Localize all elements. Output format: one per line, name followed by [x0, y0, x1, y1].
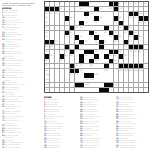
- black-cell: [124, 26, 128, 30]
- grid-cell: 104: [134, 69, 138, 73]
- grid-cell: 65: [104, 40, 108, 44]
- grid-cell: 56: [89, 35, 93, 39]
- black-cell: [84, 50, 88, 54]
- clue-number: 105: [139, 69, 143, 71]
- clue-line: 75 —— ———: [80, 146, 114, 148]
- grid-cell: [99, 83, 103, 87]
- clue-number: 110: [45, 78, 49, 80]
- grid-cell: 67: [129, 40, 133, 44]
- clue-number: 1: [45, 2, 46, 4]
- grid-cell: 93: [45, 64, 49, 68]
- grid-cell: [50, 50, 54, 54]
- grid-cell: [124, 83, 128, 87]
- grid-cell: [65, 69, 69, 73]
- grid-cell: [89, 16, 93, 20]
- grid-cell: [50, 88, 54, 92]
- grid-cell: [89, 40, 93, 44]
- black-cell: [104, 64, 108, 68]
- grid-cell: [99, 69, 103, 73]
- grid-cell: 39: [144, 21, 148, 25]
- grid-cell: 7: [99, 2, 103, 6]
- grid-cell: [114, 73, 118, 77]
- clue-number: 95: [80, 64, 82, 66]
- grid-cell: [99, 21, 103, 25]
- grid-cell: 71: [104, 45, 108, 49]
- grid-cell: [60, 26, 64, 30]
- grid-cell: [139, 78, 143, 82]
- clue-number: 12: [134, 2, 136, 4]
- grid-cell: [50, 64, 54, 68]
- grid-cell: 30: [129, 16, 133, 20]
- grid-cell: 33: [65, 21, 69, 25]
- black-cell: [134, 45, 138, 49]
- clue-number: 70: [80, 45, 82, 47]
- black-cell: [94, 35, 98, 39]
- grid-cell: 102: [124, 69, 128, 73]
- grid-cell: [84, 7, 88, 11]
- clue-number: 115: [114, 83, 118, 85]
- grid-cell: [50, 83, 54, 87]
- grid-cell: [60, 83, 64, 87]
- grid-cell: [79, 78, 83, 82]
- grid-cell: 64: [94, 40, 98, 44]
- grid-cell: [55, 35, 59, 39]
- grid-cell: [99, 78, 103, 82]
- grid-cell: 74: [65, 50, 69, 54]
- clue-number: 28: [100, 16, 102, 18]
- clue-number: 27: [85, 16, 87, 18]
- bottom-clue-column-1-text: DOWN1 ——— ——2 —— ————3 ———— —4 —— ——— ——…: [44, 96, 78, 149]
- grid-cell: [139, 40, 143, 44]
- grid-cell: 52: [134, 31, 138, 35]
- black-cell: [129, 64, 133, 68]
- clue-number: 64: [95, 40, 97, 42]
- clue-number: 48: [95, 31, 97, 33]
- grid-cell: [60, 35, 64, 39]
- grid-cell: [139, 88, 143, 92]
- grid-cell: [89, 7, 93, 11]
- grid-cell: 78: [119, 50, 123, 54]
- crossword-grid: 1234567891011121314151617181920212223242…: [44, 1, 149, 93]
- grid-cell: 50: [114, 31, 118, 35]
- grid-cell: [124, 12, 128, 16]
- grid-cell: [144, 73, 148, 77]
- black-cell: [75, 69, 79, 73]
- left-clue-column: ——— ————— ————————— ———— · ———— ——ACROSS…: [2, 2, 43, 149]
- grid-cell: [144, 83, 148, 87]
- grid-cell: 36: [114, 21, 118, 25]
- black-cell: [89, 59, 93, 63]
- grid-cell: [55, 88, 59, 92]
- grid-cell: [104, 21, 108, 25]
- bottom-clue-column-3-text: 76 —— ————77 ———— ——78 ——— ————79 —— ——8…: [116, 96, 150, 149]
- grid-cell: 72: [124, 45, 128, 49]
- grid-cell: [70, 40, 74, 44]
- grid-cell: [70, 7, 74, 11]
- grid-cell: 35: [94, 21, 98, 25]
- bottom-clue-column-2-text: 36 ———— ——38 ——— ————40 —— ——42 ————— —4…: [80, 96, 114, 149]
- black-cell: [45, 7, 49, 11]
- bottom-clue-column-2: 36 ———— ——38 ——— ————40 —— ——42 ————— —4…: [80, 96, 114, 150]
- grid-cell: [75, 31, 79, 35]
- grid-cell: [129, 73, 133, 77]
- clue-number: 37: [124, 21, 126, 23]
- grid-cell: [50, 2, 54, 6]
- grid-cell: [134, 40, 138, 44]
- clue-number: 50: [114, 31, 116, 33]
- grid-cell: [134, 88, 138, 92]
- grid-cell: [75, 59, 79, 63]
- clue-number: 112: [90, 78, 94, 80]
- grid-cell: [89, 83, 93, 87]
- clue-number: 7: [100, 2, 101, 4]
- grid-cell: [144, 26, 148, 30]
- grid-cell: [55, 69, 59, 73]
- black-cell: [134, 64, 138, 68]
- black-cell: [60, 54, 64, 58]
- grid-cell: 5: [75, 2, 79, 6]
- black-cell: [104, 26, 108, 30]
- grid-cell: 25: [45, 16, 49, 20]
- grid-cell: [114, 69, 118, 73]
- grid-cell: [50, 31, 54, 35]
- grid-cell: [94, 88, 98, 92]
- grid-cell: [75, 21, 79, 25]
- grid-cell: [99, 12, 103, 16]
- grid-cell: [89, 54, 93, 58]
- grid-cell: [134, 7, 138, 11]
- grid-cell: [114, 45, 118, 49]
- grid-cell: 94: [75, 64, 79, 68]
- grid-cell: 76: [94, 50, 98, 54]
- clue-line: 97 ——— ————: [2, 146, 43, 148]
- grid-cell: 2: [60, 2, 64, 6]
- grid-cell: [119, 59, 123, 63]
- clue-number: 36: [114, 21, 116, 23]
- grid-cell: 60: [129, 35, 133, 39]
- grid-cell: 10: [124, 2, 128, 6]
- grid-cell: 1: [45, 2, 49, 6]
- grid-cell: [60, 16, 64, 20]
- clue-line: 97 ——— ————: [116, 146, 150, 148]
- black-cell: [70, 50, 74, 54]
- clue-number: 67: [129, 40, 131, 42]
- crossword-page: ——— ————— ————————— ———— · ———— ——ACROSS…: [0, 0, 150, 150]
- grid-cell: 51: [124, 31, 128, 35]
- black-cell: [89, 50, 93, 54]
- grid-cell: [99, 73, 103, 77]
- black-cell: [75, 35, 79, 39]
- grid-cell: 69: [50, 45, 54, 49]
- grid-cell: [99, 64, 103, 68]
- black-cell: [79, 83, 83, 87]
- grid-cell: 18: [109, 7, 113, 11]
- clue-number: 2: [60, 2, 61, 4]
- grid-cell: [94, 12, 98, 16]
- grid-cell: [104, 78, 108, 82]
- clue-number: 74: [65, 50, 67, 52]
- grid-cell: [144, 69, 148, 73]
- black-cell: [70, 26, 74, 30]
- grid-cell: 83: [65, 54, 69, 58]
- grid-cell: [104, 35, 108, 39]
- grid-cell: 22: [55, 12, 59, 16]
- black-cell: [75, 45, 79, 49]
- grid-cell: [50, 35, 54, 39]
- grid-cell: [139, 73, 143, 77]
- grid-cell: [134, 78, 138, 82]
- grid-cell: [60, 64, 64, 68]
- black-cell: [84, 12, 88, 16]
- grid-cell: [50, 26, 54, 30]
- clue-number: 21: [50, 12, 52, 14]
- black-cell: [79, 59, 83, 63]
- grid-cell: [144, 59, 148, 63]
- grid-cell: [55, 16, 59, 20]
- clue-number: 16: [80, 7, 82, 9]
- grid-cell: [75, 7, 79, 11]
- grid-cell: [114, 12, 118, 16]
- clue-number: 76: [95, 50, 97, 52]
- clue-number: 35: [95, 21, 97, 23]
- black-cell: [70, 64, 74, 68]
- grid-cell: [70, 12, 74, 16]
- black-cell: [119, 54, 123, 58]
- grid-cell: [94, 69, 98, 73]
- grid-cell: 63: [84, 40, 88, 44]
- grid-cell: [60, 31, 64, 35]
- grid-cell: 32: [45, 21, 49, 25]
- grid-cell: [55, 73, 59, 77]
- grid-cell: [119, 12, 123, 16]
- grid-cell: [134, 73, 138, 77]
- grid-cell: 66: [114, 40, 118, 44]
- grid-cell: [119, 45, 123, 49]
- grid-cell: [89, 88, 93, 92]
- grid-cell: [50, 78, 54, 82]
- black-cell: [99, 45, 103, 49]
- grid-cell: [144, 7, 148, 11]
- clue-number: 94: [75, 64, 77, 66]
- grid-cell: 21: [50, 12, 54, 16]
- black-cell: [109, 59, 113, 63]
- grid-cell: [109, 21, 113, 25]
- grid-cell: [84, 31, 88, 35]
- black-cell: [79, 2, 83, 6]
- black-cell: [114, 50, 118, 54]
- black-cell: [94, 7, 98, 11]
- clue-number: 90: [60, 59, 62, 61]
- clue-number: 40: [45, 26, 47, 28]
- grid-cell: [114, 64, 118, 68]
- grid-cell: [84, 69, 88, 73]
- black-cell: [104, 88, 108, 92]
- black-cell: [45, 54, 49, 58]
- grid-cell: 26: [70, 16, 74, 20]
- black-cell: [139, 16, 143, 20]
- grid-cell: [94, 83, 98, 87]
- bottom-clue-column-1: DOWN1 ——— ——2 —— ————3 ———— —4 —— ——— ——…: [44, 96, 78, 150]
- clue-number: 19: [119, 7, 121, 9]
- grid-cell: [109, 45, 113, 49]
- clue-number: 15: [60, 7, 62, 9]
- grid-cell: [65, 7, 69, 11]
- clue-number: 49: [104, 31, 106, 33]
- grid-cell: [84, 59, 88, 63]
- grid-cell: [109, 40, 113, 44]
- grid-cell: [70, 83, 74, 87]
- grid-cell: [75, 78, 79, 82]
- grid-cell: [65, 12, 69, 16]
- clue-number: 60: [129, 35, 131, 37]
- clue-number: 108: [75, 73, 79, 75]
- clue-number: 66: [114, 40, 116, 42]
- clue-number: 14: [144, 2, 146, 4]
- grid-cell: [65, 78, 69, 82]
- grid-cell: 100: [104, 69, 108, 73]
- black-cell: [89, 31, 93, 35]
- grid-cell: [65, 40, 69, 44]
- black-cell: [124, 40, 128, 44]
- grid-cell: [65, 59, 69, 63]
- clue-number: 43: [109, 26, 111, 28]
- grid-cell: [119, 88, 123, 92]
- grid-cell: [139, 83, 143, 87]
- grid-cell: [124, 59, 128, 63]
- grid-cell: [109, 73, 113, 77]
- grid-cell: [139, 54, 143, 58]
- clue-number: 103: [129, 69, 133, 71]
- grid-cell: [99, 26, 103, 30]
- grid-cell: [84, 64, 88, 68]
- grid-cell: [55, 26, 59, 30]
- clue-number: 63: [85, 40, 87, 42]
- grid-cell: [84, 45, 88, 49]
- black-cell: [134, 12, 138, 16]
- grid-cell: [55, 78, 59, 82]
- black-cell: [129, 12, 133, 16]
- clue-number: 84: [70, 54, 72, 56]
- clue-number: 113: [45, 83, 49, 85]
- grid-cell: [124, 7, 128, 11]
- clue-number: 22: [55, 12, 57, 14]
- grid-cell: 115: [114, 83, 118, 87]
- black-cell: [84, 73, 88, 77]
- grid-cell: [94, 64, 98, 68]
- black-cell: [114, 35, 118, 39]
- grid-cell: [60, 50, 64, 54]
- black-cell: [109, 83, 113, 87]
- black-cell: [109, 31, 113, 35]
- clue-line: 34 —— ———: [44, 146, 78, 148]
- grid-cell: [89, 69, 93, 73]
- grid-cell: 53: [45, 35, 49, 39]
- clue-number: 4: [70, 2, 71, 4]
- grid-cell: 101: [119, 69, 123, 73]
- grid-cell: 79: [129, 50, 133, 54]
- black-cell: [75, 83, 79, 87]
- clue-number: 78: [119, 50, 121, 52]
- clue-number: 26: [70, 16, 72, 18]
- clue-number: 68: [45, 45, 47, 47]
- grid-cell: 20: [45, 12, 49, 16]
- clue-number: 99: [80, 69, 82, 71]
- grid-cell: [94, 78, 98, 82]
- clue-number: 80: [134, 50, 136, 52]
- black-cell: [114, 16, 118, 20]
- grid-cell: 85: [84, 54, 88, 58]
- grid-cell: [134, 59, 138, 63]
- grid-cell: 109: [94, 73, 98, 77]
- black-cell: [144, 16, 148, 20]
- clue-number: 54: [65, 35, 67, 37]
- black-cell: [70, 69, 74, 73]
- clue-number: 5: [75, 2, 76, 4]
- grid-cell: [129, 59, 133, 63]
- grid-cell: 116: [45, 88, 49, 92]
- clue-number: 72: [124, 45, 126, 47]
- black-cell: [50, 7, 54, 11]
- clue-number: 44: [119, 26, 121, 28]
- grid-cell: [60, 12, 64, 16]
- grid-cell: 28: [99, 16, 103, 20]
- clue-number: 62: [55, 40, 57, 42]
- clue-number: 38: [139, 21, 141, 23]
- grid-cell: [139, 31, 143, 35]
- grid-cell: [79, 16, 83, 20]
- black-cell: [134, 35, 138, 39]
- left-clue-column-text: ——— ————— ————————— ———— · ———— ——ACROSS…: [2, 2, 43, 148]
- grid-cell: [70, 21, 74, 25]
- grid-cell: [75, 16, 79, 20]
- clue-number: 106: [45, 73, 49, 75]
- clue-number: 85: [85, 54, 87, 56]
- grid-cell: [70, 88, 74, 92]
- black-cell: [119, 21, 123, 25]
- grid-cell: 80: [134, 50, 138, 54]
- grid-cell: [75, 54, 79, 58]
- grid-cell: [114, 88, 118, 92]
- grid-cell: 47: [70, 31, 74, 35]
- clue-number: 88: [124, 54, 126, 56]
- grid-cell: [139, 59, 143, 63]
- clue-number: 46: [45, 31, 47, 33]
- clue-number: 82: [50, 54, 52, 56]
- black-cell: [139, 64, 143, 68]
- grid-cell: 49: [104, 31, 108, 35]
- grid-cell: [50, 59, 54, 63]
- grid-cell: [99, 59, 103, 63]
- clue-number: 57: [100, 35, 102, 37]
- grid-cell: [129, 88, 133, 92]
- grid-cell: [114, 26, 118, 30]
- clue-number: 17: [100, 7, 102, 9]
- grid-cell: [124, 35, 128, 39]
- grid-cell: [104, 16, 108, 20]
- clue-number: 73: [45, 50, 47, 52]
- grid-cell: [60, 69, 64, 73]
- clue-number: 23: [90, 12, 92, 14]
- clue-number: 51: [124, 31, 126, 33]
- grid-cell: 48: [94, 31, 98, 35]
- grid-cell: [144, 35, 148, 39]
- clue-number: 45: [129, 26, 131, 28]
- grid-cell: [79, 73, 83, 77]
- clue-number: 8: [104, 2, 105, 4]
- grid-cell: 90: [60, 59, 64, 63]
- black-cell: [114, 7, 118, 11]
- clue-number: 42: [80, 26, 82, 28]
